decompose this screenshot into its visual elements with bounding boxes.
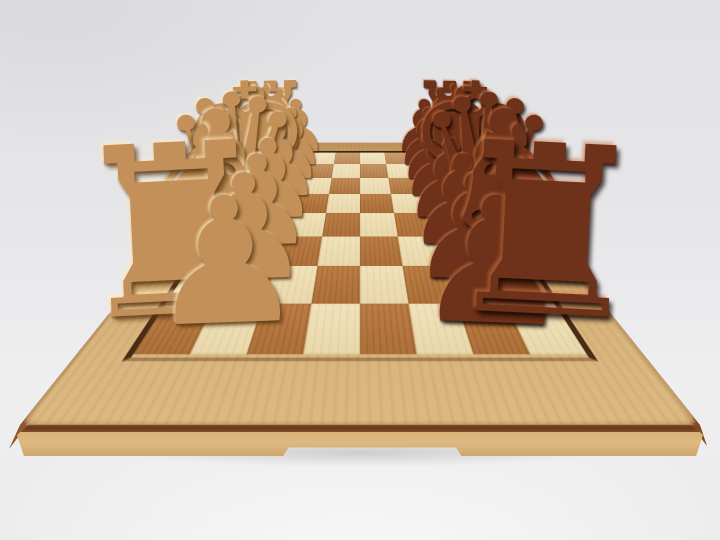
square-a4[interactable] xyxy=(303,304,360,354)
square-e5[interactable] xyxy=(360,194,394,213)
piece-wP-a2[interactable]: ♟ xyxy=(145,173,308,353)
square-g4[interactable] xyxy=(332,164,360,178)
square-f5[interactable] xyxy=(360,178,391,194)
square-c4[interactable] xyxy=(317,237,360,266)
square-e4[interactable] xyxy=(326,194,360,213)
square-b5[interactable] xyxy=(360,266,409,304)
square-d5[interactable] xyxy=(360,213,398,237)
piece-bR-a8[interactable]: ♜ xyxy=(435,110,657,355)
square-a5[interactable] xyxy=(360,304,417,354)
square-c5[interactable] xyxy=(360,237,403,266)
square-d4[interactable] xyxy=(322,213,360,237)
square-f4[interactable] xyxy=(329,178,360,194)
square-h5[interactable] xyxy=(360,153,386,165)
square-g5[interactable] xyxy=(360,164,388,178)
studio-scene: ♜♞♝♚♛♝♞♜♟♟♟♟♟♟♟♟♟♟♟♟♟♟♟♟♜♞♝♚♛♝♞♜ xyxy=(0,0,720,540)
square-h4[interactable] xyxy=(334,153,360,165)
square-b4[interactable] xyxy=(311,266,360,304)
